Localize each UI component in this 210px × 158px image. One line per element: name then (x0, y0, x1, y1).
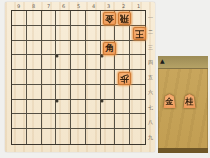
board-cell-5七[interactable] (71, 100, 86, 115)
board-cell-9三[interactable] (12, 41, 27, 56)
board-cell-9九[interactable] (12, 129, 27, 144)
rank-label: 六 (146, 84, 155, 99)
board-cell-2九[interactable] (115, 129, 130, 144)
board-cell-6五[interactable] (56, 70, 71, 85)
file-label: 6 (56, 2, 71, 10)
rank-coordinates: 一二三四五六七八九 (146, 10, 155, 144)
board-cell-6九[interactable] (56, 129, 71, 144)
board-cell-4九[interactable] (86, 129, 101, 144)
hand-piece-kanji: 金 (166, 95, 174, 109)
board-cell-2三[interactable] (115, 41, 130, 56)
board-cell-6七[interactable] (56, 100, 71, 115)
board-cell-6二[interactable] (56, 26, 71, 41)
file-label: 4 (86, 2, 101, 10)
board-cell-9二[interactable] (12, 26, 27, 41)
board-cell-9一[interactable] (12, 11, 27, 26)
sente-turn-marker: ▲ (160, 56, 165, 66)
board-cell-5八[interactable] (71, 114, 86, 129)
board-cell-7七[interactable] (42, 100, 57, 115)
file-coordinates: 987654321 (11, 2, 146, 10)
rank-label: 二 (146, 25, 155, 40)
board-cell-5九[interactable] (71, 129, 86, 144)
board-cell-3四[interactable] (101, 55, 116, 70)
piece-kanji: 飛 (120, 12, 129, 25)
star-point (101, 100, 104, 103)
rank-label: 三 (146, 40, 155, 55)
rank-label: 五 (146, 70, 155, 85)
board-cell-5一[interactable] (71, 11, 86, 26)
komadai-bottom-edge (158, 148, 208, 153)
piece-gote-3一[interactable]: 金 (103, 12, 116, 25)
hand-piece-body: 桂 (183, 94, 196, 108)
board-cell-7六[interactable] (42, 85, 57, 100)
shogi-board: 987654321 一二三四五六七八九 金飛王角歩 (5, 2, 155, 152)
board-cell-9八[interactable] (12, 114, 27, 129)
board-cell-1九[interactable] (130, 129, 145, 144)
file-label: 7 (41, 2, 56, 10)
board-cell-9五[interactable] (12, 70, 27, 85)
board-cell-1一[interactable] (130, 11, 145, 26)
star-point (56, 55, 59, 58)
board-cell-4三[interactable] (86, 41, 101, 56)
board-cell-3九[interactable] (101, 129, 116, 144)
board-cell-4七[interactable] (86, 100, 101, 115)
board-cell-6一[interactable] (56, 11, 71, 26)
board-cell-4五[interactable] (86, 70, 101, 85)
hand-piece-桂[interactable]: 桂 (183, 94, 196, 108)
rank-label: 八 (146, 114, 155, 129)
board-cell-7八[interactable] (42, 114, 57, 129)
rank-label: 七 (146, 99, 155, 114)
board-cell-5二[interactable] (71, 26, 86, 41)
rank-label: 一 (146, 10, 155, 25)
board-cell-1三[interactable] (130, 41, 145, 56)
board-cell-4二[interactable] (86, 26, 101, 41)
board-cell-2七[interactable] (115, 100, 130, 115)
board-cell-1八[interactable] (130, 114, 145, 129)
board-cell-8四[interactable] (27, 55, 42, 70)
piece-kanji: 角 (105, 42, 114, 55)
board-cell-6八[interactable] (56, 114, 71, 129)
file-label: 9 (11, 2, 26, 10)
board-cell-7五[interactable] (42, 70, 57, 85)
board-cell-8二[interactable] (27, 26, 42, 41)
board-cell-3二[interactable] (101, 26, 116, 41)
file-label: 3 (101, 2, 116, 10)
board-cell-5三[interactable] (71, 41, 86, 56)
piece-kanji: 金 (105, 12, 114, 25)
board-cell-8六[interactable] (27, 85, 42, 100)
file-label: 5 (71, 2, 86, 10)
board-cell-8三[interactable] (27, 41, 42, 56)
board-cell-7二[interactable] (42, 26, 57, 41)
star-point (56, 100, 59, 103)
board-cell-6三[interactable] (56, 41, 71, 56)
board-cell-5四[interactable] (71, 55, 86, 70)
board-grid: 金飛王角歩 (11, 10, 146, 145)
piece-kanji: 歩 (120, 72, 129, 85)
shogi-app-screen: 987654321 一二三四五六七八九 金飛王角歩 ▲ 金桂 (0, 0, 210, 158)
hand-piece-body: 金 (163, 94, 176, 108)
board-cell-4八[interactable] (86, 114, 101, 129)
board-cell-8七[interactable] (27, 100, 42, 115)
board-cell-8九[interactable] (27, 129, 42, 144)
piece-kanji: 王 (135, 27, 144, 40)
board-cell-5六[interactable] (71, 85, 86, 100)
piece-sente-3三[interactable]: 角 (103, 42, 116, 55)
board-cell-7九[interactable] (42, 129, 57, 144)
board-cell-6六[interactable] (56, 85, 71, 100)
board-cell-9四[interactable] (12, 55, 27, 70)
board-cell-1七[interactable] (130, 100, 145, 115)
board-cell-3八[interactable] (101, 114, 116, 129)
hand-pieces-row: 金桂 (163, 94, 203, 109)
board-cell-8五[interactable] (27, 70, 42, 85)
file-label: 8 (26, 2, 41, 10)
rank-label: 九 (146, 129, 155, 144)
board-cell-2六[interactable] (115, 85, 130, 100)
board-cell-4四[interactable] (86, 55, 101, 70)
file-label: 1 (131, 2, 146, 10)
board-cell-1六[interactable] (130, 85, 145, 100)
board-cell-1五[interactable] (130, 70, 145, 85)
board-cell-6四[interactable] (56, 55, 71, 70)
board-cell-8一[interactable] (27, 11, 42, 26)
board-cell-4六[interactable] (86, 85, 101, 100)
board-cell-9七[interactable] (12, 100, 27, 115)
rank-label: 四 (146, 55, 155, 70)
piece-gote-2一[interactable]: 飛 (118, 12, 131, 25)
board-cell-7一[interactable] (42, 11, 57, 26)
board-cell-2四[interactable] (115, 55, 130, 70)
board-cell-2八[interactable] (115, 114, 130, 129)
komadai-sente: ▲ 金桂 (158, 56, 208, 153)
file-label: 2 (116, 2, 131, 10)
board-cell-3五[interactable] (101, 70, 116, 85)
board-cell-7三[interactable] (42, 41, 57, 56)
board-cell-4一[interactable] (86, 11, 101, 26)
board-cell-3六[interactable] (101, 85, 116, 100)
board-cell-8八[interactable] (27, 114, 42, 129)
hand-piece-kanji: 桂 (186, 95, 194, 109)
board-cell-7四[interactable] (42, 55, 57, 70)
hand-piece-金[interactable]: 金 (163, 94, 176, 108)
star-point (101, 55, 104, 58)
board-cell-1四[interactable] (130, 55, 145, 70)
piece-gote-2五[interactable]: 歩 (118, 72, 131, 85)
board-cell-2二[interactable] (115, 26, 130, 41)
piece-gote-1二[interactable]: 王 (133, 27, 146, 40)
board-cell-5五[interactable] (71, 70, 86, 85)
komadai-top-edge (158, 56, 208, 69)
board-cell-9六[interactable] (12, 85, 27, 100)
